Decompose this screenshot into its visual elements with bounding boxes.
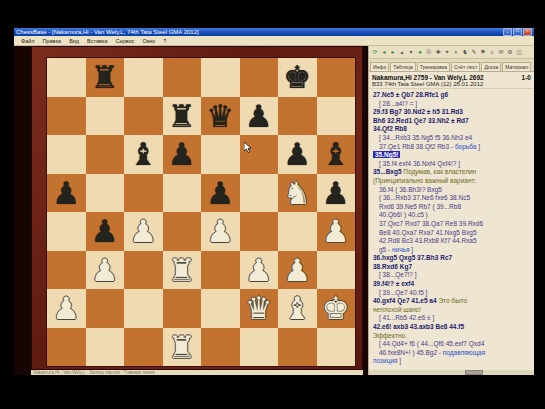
piece-white-rook[interactable]: ♜ [168, 251, 196, 290]
window-title: ChessBase - [Nakamura,Hi - Van Wely,L, 7… [16, 28, 199, 36]
grid-icon[interactable]: ⌗ [488, 48, 496, 57]
selected-move[interactable]: 35.Ng5! [373, 151, 400, 158]
letterbox-bottom [0, 375, 545, 409]
tab-1[interactable]: Инфо [370, 62, 389, 71]
square-a1[interactable] [47, 328, 86, 367]
move-text[interactable]: [ 34...Rxb3 35.Ng5 f5 36.Nh3 e4 [373, 134, 472, 141]
notation-line: (Принципиально важный вариант: [373, 177, 532, 186]
square-f2[interactable]: ♛ [240, 289, 279, 328]
link-text[interactable]: позиция [373, 357, 398, 364]
notation-line: неплохой шанс! [373, 306, 532, 315]
square-f1[interactable] [240, 328, 279, 367]
notation-line: 36.f4 ( 36.Bh3!? Bxg5 [373, 186, 532, 195]
notation-line: позиция ] [373, 357, 532, 366]
piece-black-pawn[interactable]: ♟ [322, 174, 350, 213]
menu-item-?[interactable]: ? [159, 38, 170, 44]
status-bar: Nakamura,Hi - Van Wely,L · Запись партии… [31, 370, 363, 375]
board-frame: ♜♚♜♛♟♝♟♟♝♟♟♞♟♟♟♟♟♟♜♟♟♟♛♝♚♜ [31, 46, 363, 370]
move-text[interactable]: [ 41...Rb5 42.e6 ± ] [373, 314, 434, 321]
square-g1[interactable] [278, 328, 317, 367]
square-g5[interactable]: ♞ [278, 174, 317, 213]
square-b2[interactable] [86, 289, 125, 328]
move-text[interactable]: 34.Qf2 Rb8 [373, 125, 407, 132]
link-text[interactable]: борьба [455, 143, 477, 150]
board-icon[interactable]: ◫ [515, 48, 523, 57]
square-h4[interactable]: ♟ [317, 212, 356, 251]
chess-board[interactable]: ♜♚♜♛♟♝♟♟♝♟♟♞♟♟♟♟♟♟♜♟♟♟♛♝♚♜ [46, 57, 356, 367]
piece-white-pawn[interactable]: ♟ [91, 251, 119, 290]
square-d3[interactable]: ♜ [163, 251, 202, 290]
piece-white-pawn[interactable]: ♟ [283, 251, 311, 290]
notation-line: ( 36...Rxb3 37.Ne6 fxe6 38.Nc5 [373, 194, 532, 203]
mouse-cursor-icon [244, 142, 253, 153]
notation-line: 42.Rd8 Bc3 43.Rxb8 Kf7 44.Rxa5 [373, 237, 532, 246]
square-a8[interactable] [47, 58, 86, 97]
piece-white-knight[interactable]: ♞ [283, 174, 311, 213]
video-frame: ChessBase - [Nakamura,Hi - Van Wely,L, 7… [0, 0, 545, 409]
notation-line: Be8 40.Qxa7 Rxa7 41.Nxg5 Bxg5 [373, 229, 532, 238]
move-text[interactable]: [ 28...a4!? = ] [373, 100, 417, 107]
move-text[interactable]: ] [398, 357, 402, 364]
square-c6[interactable]: ♝ [124, 135, 163, 174]
piece-black-pawn[interactable]: ♟ [206, 174, 234, 213]
piece-black-pawn[interactable]: ♟ [283, 135, 311, 174]
square-h7[interactable] [317, 97, 356, 136]
move-text[interactable]: Rxd6 39.Ne5 Rb7 ( 39...Rb8 [373, 203, 461, 210]
move-text[interactable]: 36.hxg5 Qxg5 37.Bh3 Rc7 [373, 254, 452, 261]
notation-line: 46.fxe8N+! ) 45.Bg2 - подавляющая [373, 349, 532, 358]
notation-line: Bh6 32.Red1 Qe7 33.Nh2 ± Rd7 [373, 117, 532, 126]
move-text[interactable]: g5 - [373, 246, 392, 253]
move-text[interactable]: ] [476, 143, 480, 150]
move-text[interactable]: Bh6 32.Red1 Qe7 33.Nh2 ± Rd7 [373, 117, 469, 124]
comment-text: (Принципиально важный вариант: [373, 177, 476, 184]
move-text[interactable]: 38.Rxd6 Kg7 [373, 263, 412, 270]
square-g6[interactable]: ♟ [278, 135, 317, 174]
notation-line: [ 35.f4 exf4 36.Nxf4 Qxf4!? ] [373, 160, 532, 169]
square-b6[interactable] [86, 135, 125, 174]
notation-line: 29.f3 Bg7 30.Nd2 ± h5 31.Rd3 [373, 108, 532, 117]
square-d4[interactable] [163, 212, 202, 251]
piece-white-rook[interactable]: ♜ [168, 328, 196, 367]
move-text[interactable]: ( 36...Rxb3 37.Ne6 fxe6 38.Nc5 [373, 194, 470, 201]
new-game-icon[interactable]: ✚ [434, 48, 442, 57]
tab-4[interactable]: Счёт-лист [451, 62, 480, 71]
move-text[interactable]: 39.f4!? ± exf4 [373, 280, 414, 287]
notation-line: 36.hxg5 Qxg5 37.Bh3 Rc7 [373, 254, 532, 263]
move-text[interactable]: 29.f3 Bg7 30.Nd2 ± h5 31.Rd3 [373, 108, 463, 115]
menu-item-вид[interactable]: Вид [65, 38, 83, 44]
square-h1[interactable] [317, 328, 356, 367]
status-text: Nakamura,Hi - Van Wely,L · Запись партии… [33, 370, 155, 375]
move-text[interactable]: ] [410, 246, 414, 253]
annotate-icon[interactable]: ✎ [470, 48, 478, 57]
panel-toolbar: ⟳◂▸▴▾●⎘✚✦⌖♞✎⚑⌗✉⚙◫ [369, 46, 534, 59]
square-b4[interactable]: ♟ [86, 212, 125, 251]
link-text[interactable]: ничья [392, 246, 410, 253]
move-text[interactable]: [ 39...Qe7 40.f5 ] [373, 289, 427, 296]
notation-line: 35.Ng5! [373, 151, 532, 160]
square-e6[interactable] [201, 135, 240, 174]
square-h2[interactable]: ♚ [317, 289, 356, 328]
notation-line: 39.f4!? ± exf4 [373, 280, 532, 289]
promote-icon[interactable]: ✦ [443, 48, 451, 57]
notation-line: 34.Qf2 Rb8 [373, 125, 532, 134]
tab-6[interactable]: Материал [502, 62, 531, 71]
square-b5[interactable] [86, 174, 125, 213]
piece-white-queen[interactable]: ♛ [245, 289, 273, 328]
menu-item-правка[interactable]: Правка [39, 38, 66, 44]
letterbox-right [534, 0, 545, 409]
square-e2[interactable] [201, 289, 240, 328]
board-pane: ♜♚♜♛♟♝♟♟♝♟♟♞♟♟♟♟♟♟♜♟♟♟♛♝♚♜ Nakamura,Hi -… [14, 46, 368, 375]
move-text[interactable]: 27.Ne5 ± Qb7 28.Rfe1 g6 [373, 91, 448, 98]
square-g8[interactable]: ♚ [278, 58, 317, 97]
square-c7[interactable] [124, 97, 163, 136]
flag-icon[interactable]: ⚑ [479, 48, 487, 57]
tab-3[interactable]: Тренировка [417, 62, 450, 71]
piece-white-pawn[interactable]: ♟ [322, 212, 350, 251]
move-text[interactable]: 40.Qb6! ) 40.c5 ) [373, 211, 428, 218]
square-b3[interactable]: ♟ [86, 251, 125, 290]
chessbase-window: ChessBase - [Nakamura,Hi - Van Wely,L, 7… [14, 28, 534, 375]
notation-line: [ 28...a4!? = ] [373, 100, 532, 109]
move-text[interactable]: 36.f4 ( 36.Bh3!? Bxg5 [373, 186, 442, 193]
move-text[interactable]: 37.Qe1 Rb8 38.Qf2 Rb3 - [373, 143, 455, 150]
menu-item-вставка[interactable]: Вставка [83, 38, 111, 44]
square-b1[interactable] [86, 328, 125, 367]
notation-line: 37.Qe1 Rb8 38.Qf2 Rb3 - борьба ] [373, 143, 532, 152]
piece-white-king[interactable]: ♚ [322, 289, 350, 328]
notation-line: [ 39...Qe7 40.f5 ] [373, 289, 532, 298]
copy-icon[interactable]: ⎘ [425, 48, 433, 57]
notation-line: 42.e6! axb3 43.axb3 Be8 44.f5 [373, 323, 532, 332]
square-g7[interactable] [278, 97, 317, 136]
title-bar[interactable]: ChessBase - [Nakamura,Hi - Van Wely,L, 7… [14, 28, 534, 36]
square-h3[interactable] [317, 251, 356, 290]
piece-black-pawn[interactable]: ♟ [245, 97, 273, 136]
piece-black-rook[interactable]: ♜ [168, 97, 196, 136]
move-text[interactable]: 40.gxf4 Qe7 41.e5 a4 [373, 297, 438, 304]
comment-text: неплохой шанс! [373, 306, 421, 313]
square-g4[interactable] [278, 212, 317, 251]
notation-line: g5 - ничья ] [373, 246, 532, 255]
mail-icon[interactable]: ✉ [497, 48, 505, 57]
piece-black-pawn[interactable]: ♟ [168, 135, 196, 174]
menu-bar: ФайлПравкаВидВставкаСервисОкно? [14, 36, 534, 46]
piece-black-rook[interactable]: ♜ [91, 58, 119, 97]
square-c8[interactable] [124, 58, 163, 97]
piece-white-pawn[interactable]: ♟ [52, 289, 80, 328]
piece-black-queen[interactable]: ♛ [206, 97, 234, 136]
minimize-button[interactable]: _ [503, 28, 512, 36]
square-e7[interactable]: ♛ [201, 97, 240, 136]
square-h6[interactable]: ♝ [317, 135, 356, 174]
scrollbar-thumb[interactable] [465, 370, 483, 375]
move-text[interactable]: 46.fxe8N+! ) 45.Bg2 - [373, 349, 443, 356]
piece-white-pawn[interactable]: ♟ [129, 212, 157, 251]
move-text[interactable]: Be8 40.Qxa7 Rxa7 41.Nxg5 Bxg5 [373, 229, 477, 236]
panel-tabs: ИнфоТаблицаТренировкаСчёт-листДоскаМатер… [369, 59, 534, 72]
notation-line: Rxd6 39.Ne5 Rb7 ( 39...Rb8 [373, 203, 532, 212]
horizontal-scrollbar[interactable] [369, 370, 534, 375]
move-text[interactable]: 42.Rd8 Bc3 43.Rxb8 Kf7 44.Rxa5 [373, 237, 477, 244]
comment-text: Это было [438, 297, 467, 304]
comment-text: Подумав, как властелин [403, 168, 476, 175]
notation-line: 27.Ne5 ± Qb7 28.Rfe1 g6 [373, 91, 532, 100]
square-e8[interactable] [201, 58, 240, 97]
square-d5[interactable] [163, 174, 202, 213]
piece-white-pawn[interactable]: ♟ [206, 212, 234, 251]
next-move-icon[interactable]: ▸ [389, 48, 397, 57]
notation-line: [ 38...Qe7!? ] [373, 271, 532, 280]
square-g3[interactable]: ♟ [278, 251, 317, 290]
move-text[interactable]: 35...Bxg5 [373, 168, 403, 175]
prev-move-icon[interactable]: ◂ [380, 48, 388, 57]
settings-icon[interactable]: ⚙ [506, 48, 514, 57]
notation-line: 37.Qxc7 Rxd7 38.Qa7 Re8 39.Rxd6 [373, 220, 532, 229]
square-f7[interactable]: ♟ [240, 97, 279, 136]
game-header: Nakamura,Hi 2759 - Van Wely,L 2692 1-0 B… [369, 72, 534, 89]
move-text[interactable]: [ 35.f4 exf4 36.Nxf4 Qxf4!? ] [373, 160, 460, 167]
record-icon[interactable]: ● [416, 48, 424, 57]
square-d6[interactable]: ♟ [163, 135, 202, 174]
square-c5[interactable] [124, 174, 163, 213]
notation-line: 38.Rxd6 Kg7 [373, 263, 532, 272]
square-a4[interactable] [47, 212, 86, 251]
square-f5[interactable] [240, 174, 279, 213]
square-b7[interactable] [86, 97, 125, 136]
maximize-button[interactable]: □ [513, 28, 522, 36]
piece-black-bishop[interactable]: ♝ [322, 135, 350, 174]
notation-panel: ⟳◂▸▴▾●⎘✚✦⌖♞✎⚑⌗✉⚙◫ ИнфоТаблицаТренировкаС… [368, 46, 534, 375]
square-f4[interactable] [240, 212, 279, 251]
menu-item-сервис[interactable]: Сервис [112, 38, 139, 44]
piece-black-pawn[interactable]: ♟ [91, 212, 119, 251]
square-d7[interactable]: ♜ [163, 97, 202, 136]
square-c1[interactable] [124, 328, 163, 367]
square-c4[interactable]: ♟ [124, 212, 163, 251]
square-f8[interactable] [240, 58, 279, 97]
square-b8[interactable]: ♜ [86, 58, 125, 97]
move-text[interactable]: [ 44.Qd4+ f6 ( 44...Qf6 45.exf7 Qxd4 [373, 340, 484, 347]
refresh-icon[interactable]: ⟳ [371, 48, 379, 57]
comment-text: Эффектно. [373, 332, 407, 339]
square-a7[interactable] [47, 97, 86, 136]
square-e5[interactable]: ♟ [201, 174, 240, 213]
event-label: B33 74th Tata Steel GMA (12) 28.01.2012 [372, 81, 531, 87]
move-text[interactable]: [ 38...Qe7!? ] [373, 271, 417, 278]
engine-icon[interactable]: ♞ [461, 48, 469, 57]
square-c2[interactable] [124, 289, 163, 328]
menu-item-окно[interactable]: Окно [138, 38, 159, 44]
notation-text: 27.Ne5 ± Qb7 28.Rfe1 g6[ 28...a4!? = ]29… [369, 89, 534, 370]
result-label: 1-0 [522, 74, 531, 81]
tab-5[interactable]: Доска [481, 62, 501, 71]
letterbox-top [0, 0, 545, 28]
notation-line: 40.Qb6! ) 40.c5 ) [373, 211, 532, 220]
piece-white-bishop[interactable]: ♝ [283, 289, 311, 328]
square-d8[interactable] [163, 58, 202, 97]
players-label: Nakamura,Hi 2759 - Van Wely,L 2692 [372, 74, 484, 81]
square-a2[interactable]: ♟ [47, 289, 86, 328]
letterbox-left [0, 0, 14, 409]
square-f6[interactable] [240, 135, 279, 174]
square-d2[interactable] [163, 289, 202, 328]
square-h5[interactable]: ♟ [317, 174, 356, 213]
tab-2[interactable]: Таблица [390, 62, 416, 71]
square-a3[interactable] [47, 251, 86, 290]
piece-black-pawn[interactable]: ♟ [52, 174, 80, 213]
piece-black-bishop[interactable]: ♝ [129, 135, 157, 174]
notation-line: 35...Bxg5 Подумав, как властелин [373, 168, 532, 177]
move-text[interactable]: 42.e6! axb3 43.axb3 Be8 44.f5 [373, 323, 464, 330]
square-e1[interactable] [201, 328, 240, 367]
notation-line: [ 34...Rxb3 35.Ng5 f5 36.Nh3 e4 [373, 134, 532, 143]
piece-white-pawn[interactable]: ♟ [245, 251, 273, 290]
square-e4[interactable]: ♟ [201, 212, 240, 251]
notation-line: [ 44.Qd4+ f6 ( 44...Qf6 45.exf7 Qxd4 [373, 340, 532, 349]
piece-black-king[interactable]: ♚ [283, 58, 311, 97]
square-g2[interactable]: ♝ [278, 289, 317, 328]
square-f3[interactable]: ♟ [240, 251, 279, 290]
menu-item-файл[interactable]: Файл [17, 38, 39, 44]
link-text[interactable]: подавляющая [443, 349, 485, 356]
square-e3[interactable] [201, 251, 240, 290]
square-h8[interactable] [317, 58, 356, 97]
target-icon[interactable]: ⌖ [452, 48, 460, 57]
square-c3[interactable] [124, 251, 163, 290]
move-text[interactable]: 37.Qxc7 Rxd7 38.Qa7 Re8 39.Rxd6 [373, 220, 483, 227]
notation-line: [ 41...Rb5 42.e6 ± ] [373, 314, 532, 323]
up-icon[interactable]: ▴ [398, 48, 406, 57]
square-a5[interactable]: ♟ [47, 174, 86, 213]
notation-line: 40.gxf4 Qe7 41.e5 a4 Это было [373, 297, 532, 306]
notation-line: Эффектно. [373, 332, 532, 341]
down-icon[interactable]: ▾ [407, 48, 415, 57]
square-a6[interactable] [47, 135, 86, 174]
square-d1[interactable]: ♜ [163, 328, 202, 367]
close-button[interactable]: × [523, 28, 532, 36]
